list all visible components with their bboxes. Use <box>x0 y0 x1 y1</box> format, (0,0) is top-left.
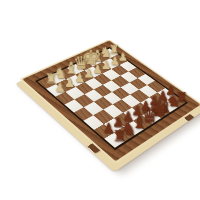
board-face: ♜♞♝♛♚♝♞♜♟♟♟♟♟♟♟♟♟♟♟♟♟♟♟♟♜♞♝♛♚♝♞♜ <box>19 39 200 164</box>
chess-board: ♜♞♝♛♚♝♞♜♟♟♟♟♟♟♟♟♟♟♟♟♟♟♟♟♜♞♝♛♚♝♞♜ <box>19 39 200 164</box>
square-d4 <box>94 85 112 97</box>
board-frame: ♜♞♝♛♚♝♞♜♟♟♟♟♟♟♟♟♟♟♟♟♟♟♟♟♜♞♝♛♚♝♞♜ <box>22 41 200 162</box>
piece-black-rook: ♜ <box>112 129 127 144</box>
piece-white-pawn: ♟ <box>53 81 67 93</box>
scene: ♜♞♝♛♚♝♞♜♟♟♟♟♟♟♟♟♟♟♟♟♟♟♟♟♜♞♝♛♚♝♞♜ <box>0 0 200 200</box>
square-b4 <box>74 94 93 107</box>
square-c4 <box>84 89 103 102</box>
